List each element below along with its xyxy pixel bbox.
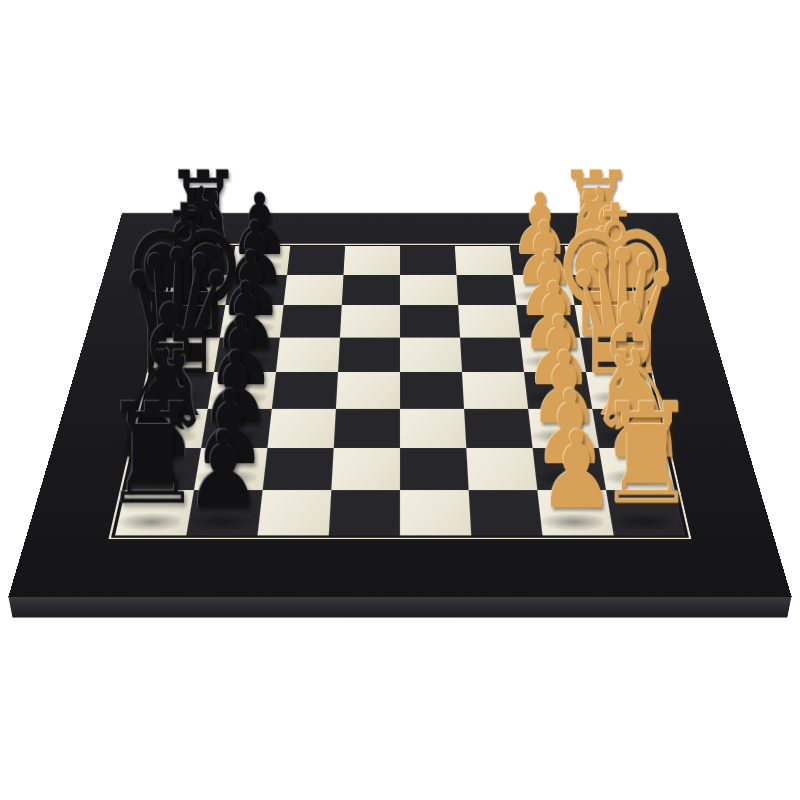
square-h4[interactable] bbox=[400, 246, 457, 275]
square-d6[interactable] bbox=[272, 372, 338, 409]
square-g6[interactable] bbox=[284, 275, 344, 305]
square-d3[interactable] bbox=[462, 372, 528, 409]
square-h3[interactable] bbox=[455, 246, 513, 275]
square-e5[interactable] bbox=[338, 338, 400, 372]
square-b5[interactable] bbox=[331, 448, 400, 490]
square-e3[interactable] bbox=[460, 338, 524, 372]
square-f6[interactable] bbox=[280, 305, 342, 337]
square-d5[interactable] bbox=[336, 372, 400, 409]
square-d4[interactable] bbox=[400, 372, 464, 409]
square-a3[interactable] bbox=[469, 490, 543, 535]
square-f4[interactable] bbox=[400, 305, 460, 337]
scene: ♜♟♟♜♞♟♟♞♝♟♟♝♚♟♟♚♛♟♟♛♝♟♟♝♞♟♟♞♜♟♟♜ bbox=[0, 0, 800, 800]
square-g5[interactable] bbox=[342, 275, 400, 305]
square-c5[interactable] bbox=[334, 409, 400, 448]
square-a5[interactable] bbox=[329, 490, 400, 535]
square-a4[interactable] bbox=[400, 490, 471, 535]
chess-board: ♜♟♟♜♞♟♟♞♝♟♟♝♚♟♟♚♛♟♟♛♝♟♟♝♞♟♟♞♜♟♟♜ bbox=[8, 213, 791, 597]
board-front-face bbox=[8, 597, 791, 618]
square-h6[interactable] bbox=[287, 246, 345, 275]
square-e4[interactable] bbox=[400, 338, 462, 372]
square-c4[interactable] bbox=[400, 409, 466, 448]
square-f3[interactable] bbox=[458, 305, 520, 337]
square-b6[interactable] bbox=[263, 448, 334, 490]
square-c3[interactable] bbox=[464, 409, 533, 448]
rook-glyph: ♜ bbox=[597, 385, 697, 524]
square-a6[interactable] bbox=[258, 490, 332, 535]
square-b3[interactable] bbox=[466, 448, 537, 490]
square-b4[interactable] bbox=[400, 448, 469, 490]
square-c6[interactable] bbox=[267, 409, 336, 448]
square-g4[interactable] bbox=[400, 275, 458, 305]
square-g3[interactable] bbox=[457, 275, 517, 305]
square-h5[interactable] bbox=[343, 246, 400, 275]
square-e6[interactable] bbox=[276, 338, 340, 372]
square-f5[interactable] bbox=[340, 305, 400, 337]
pawn-glyph: ♟ bbox=[185, 417, 262, 524]
